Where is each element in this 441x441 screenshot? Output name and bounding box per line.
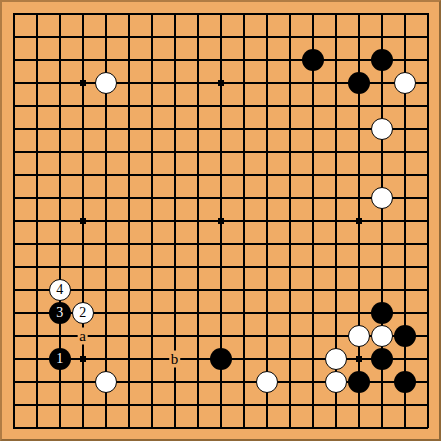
intersection [94, 393, 117, 416]
grid-line-vertical [174, 25, 176, 48]
grid-line-horizontal [13, 59, 25, 61]
grid-line-vertical [82, 255, 84, 278]
intersection [163, 232, 186, 255]
intersection [186, 347, 209, 370]
grid-line-vertical [128, 393, 130, 416]
grid-line-vertical [105, 140, 107, 163]
grid-line-horizontal [13, 151, 25, 153]
intersection [209, 25, 232, 48]
grid-line-vertical [197, 255, 199, 278]
grid-line-vertical [427, 163, 429, 186]
intersection [140, 301, 163, 324]
intersection [370, 255, 393, 278]
grid-line-vertical [358, 255, 360, 278]
grid-line-vertical [289, 232, 291, 255]
intersection [117, 48, 140, 71]
grid-line-vertical [335, 71, 337, 94]
grid-line-vertical [36, 71, 38, 94]
grid-line-vertical [59, 255, 61, 278]
intersection [117, 117, 140, 140]
grid-line-vertical [243, 117, 245, 140]
grid-line-vertical [358, 209, 360, 232]
intersection [232, 416, 255, 439]
intersection [393, 301, 416, 324]
intersection [232, 324, 255, 347]
grid-line-vertical [197, 232, 199, 255]
grid-line-vertical [197, 186, 199, 209]
intersection [94, 347, 117, 370]
intersection [324, 324, 347, 347]
grid-line-vertical [128, 94, 130, 117]
grid-line-vertical [312, 301, 314, 324]
grid-line-vertical [174, 232, 176, 255]
intersection [278, 2, 301, 25]
intersection [2, 117, 25, 140]
intersection [71, 416, 94, 439]
intersection [301, 2, 324, 25]
intersection [324, 163, 347, 186]
grid-line-vertical [427, 255, 429, 278]
white-stone [95, 371, 117, 393]
grid-line-vertical [358, 301, 360, 324]
intersection [232, 71, 255, 94]
grid-line-vertical [358, 347, 360, 370]
grid-line-horizontal [13, 381, 25, 383]
intersection [140, 94, 163, 117]
intersection [232, 232, 255, 255]
intersection: b [163, 347, 186, 370]
intersection [94, 25, 117, 48]
intersection [140, 393, 163, 416]
grid-line-vertical [174, 140, 176, 163]
grid-line-vertical [266, 278, 268, 301]
intersection: a [71, 324, 94, 347]
intersection [117, 370, 140, 393]
intersection [209, 324, 232, 347]
intersection [370, 278, 393, 301]
grid-line-vertical [335, 13, 337, 25]
intersection [324, 94, 347, 117]
intersection [2, 255, 25, 278]
grid-line-vertical [381, 278, 383, 301]
intersection [370, 163, 393, 186]
intersection [232, 370, 255, 393]
grid-line-vertical [220, 48, 222, 71]
grid-line-vertical [381, 71, 383, 94]
grid-line-vertical [427, 393, 429, 416]
intersection [2, 278, 25, 301]
grid-line-vertical [13, 255, 15, 278]
grid-line-vertical [358, 25, 360, 48]
intersection [71, 140, 94, 163]
intersection [163, 71, 186, 94]
intersection: 1 [48, 347, 71, 370]
grid-line-vertical [243, 324, 245, 347]
grid-line-vertical [427, 94, 429, 117]
intersection [2, 25, 25, 48]
grid-line-vertical [243, 255, 245, 278]
intersection [209, 347, 232, 370]
grid-line-vertical [128, 232, 130, 255]
white-stone [325, 348, 347, 370]
intersection [370, 232, 393, 255]
intersection [301, 393, 324, 416]
intersection [209, 163, 232, 186]
intersection [301, 416, 324, 439]
grid-line-vertical [13, 13, 15, 25]
intersection [209, 278, 232, 301]
intersection [393, 186, 416, 209]
intersection [140, 2, 163, 25]
grid-line-vertical [289, 117, 291, 140]
grid-line-vertical [404, 25, 406, 48]
intersection [278, 324, 301, 347]
grid-line-horizontal [347, 220, 370, 222]
grid-line-vertical [381, 25, 383, 48]
grid-line-vertical [36, 278, 38, 301]
intersection [117, 25, 140, 48]
grid-line-vertical [289, 278, 291, 301]
intersection [393, 48, 416, 71]
grid-line-horizontal [13, 174, 25, 176]
grid-line-vertical [82, 416, 84, 428]
intersection [416, 94, 439, 117]
grid-line-vertical [243, 25, 245, 48]
intersection [370, 324, 393, 347]
grid-line-vertical [404, 94, 406, 117]
grid-line-horizontal [13, 36, 25, 38]
intersection [140, 163, 163, 186]
intersection [117, 301, 140, 324]
intersection [232, 393, 255, 416]
grid-line-vertical [312, 416, 314, 428]
grid-line-vertical [36, 186, 38, 209]
grid-line-vertical [427, 324, 429, 347]
grid-line-vertical [427, 186, 429, 209]
grid-line-vertical [266, 140, 268, 163]
intersection [278, 301, 301, 324]
intersection [347, 301, 370, 324]
grid-line-vertical [243, 209, 245, 232]
grid-line-vertical [289, 163, 291, 186]
intersection [370, 25, 393, 48]
intersection [416, 117, 439, 140]
intersection [393, 140, 416, 163]
intersection [140, 140, 163, 163]
intersection [301, 301, 324, 324]
intersection [48, 416, 71, 439]
grid-line-horizontal [13, 82, 25, 84]
grid-line-vertical [151, 416, 153, 428]
intersection [140, 71, 163, 94]
intersection [140, 232, 163, 255]
grid-line-vertical [381, 94, 383, 117]
intersection [94, 301, 117, 324]
grid-line-vertical [243, 370, 245, 393]
grid-line-vertical [36, 232, 38, 255]
intersection [48, 48, 71, 71]
intersection [163, 393, 186, 416]
grid-line-vertical [128, 416, 130, 428]
intersection [2, 209, 25, 232]
grid-line-vertical [312, 232, 314, 255]
grid-line-vertical [335, 278, 337, 301]
intersection [186, 117, 209, 140]
intersection [94, 324, 117, 347]
intersection [25, 347, 48, 370]
intersection [140, 186, 163, 209]
intersection [2, 324, 25, 347]
intersection [186, 94, 209, 117]
intersection [186, 186, 209, 209]
grid-line-vertical [289, 186, 291, 209]
intersection [255, 140, 278, 163]
intersection [117, 186, 140, 209]
intersection [278, 232, 301, 255]
intersection [416, 393, 439, 416]
grid-line-vertical [105, 48, 107, 71]
grid-line-vertical [174, 209, 176, 232]
intersection [324, 48, 347, 71]
grid-line-vertical [404, 301, 406, 324]
intersection [163, 416, 186, 439]
grid-line-horizontal [13, 243, 25, 245]
grid-line-vertical [174, 48, 176, 71]
intersection [48, 324, 71, 347]
intersection [2, 94, 25, 117]
intersection [416, 209, 439, 232]
grid-line-vertical [13, 416, 15, 428]
grid-line-vertical [335, 232, 337, 255]
intersection [301, 232, 324, 255]
intersection [48, 209, 71, 232]
grid-line-vertical [151, 48, 153, 71]
grid-line-vertical [427, 232, 429, 255]
intersection [2, 186, 25, 209]
grid-line-vertical [174, 13, 176, 25]
grid-line-vertical [105, 324, 107, 347]
grid-line-vertical [312, 324, 314, 347]
grid-line-vertical [243, 416, 245, 428]
intersection [48, 186, 71, 209]
intersection [25, 278, 48, 301]
grid-line-vertical [404, 48, 406, 71]
intersection [25, 48, 48, 71]
grid-line-vertical [243, 140, 245, 163]
grid-line-horizontal [13, 13, 25, 15]
intersection [232, 117, 255, 140]
intersection [255, 163, 278, 186]
grid-line-vertical [36, 163, 38, 186]
intersection [416, 186, 439, 209]
intersection [186, 2, 209, 25]
grid-line-vertical [128, 25, 130, 48]
grid-line-vertical [105, 25, 107, 48]
grid-line-vertical [312, 13, 314, 25]
grid-line-vertical [404, 255, 406, 278]
intersection [347, 163, 370, 186]
grid-line-vertical [36, 13, 38, 25]
intersection [393, 71, 416, 94]
intersection [140, 209, 163, 232]
intersection [370, 186, 393, 209]
grid-line-vertical [59, 370, 61, 393]
intersection [232, 48, 255, 71]
grid-line-vertical [174, 94, 176, 117]
intersection [2, 393, 25, 416]
grid-line-vertical [335, 186, 337, 209]
intersection [117, 393, 140, 416]
intersection [209, 416, 232, 439]
intersection [25, 393, 48, 416]
grid-line-vertical [197, 13, 199, 25]
grid-line-vertical [243, 186, 245, 209]
intersection [255, 255, 278, 278]
grid-line-vertical [335, 48, 337, 71]
grid-line-vertical [59, 186, 61, 209]
intersection [416, 278, 439, 301]
grid-line-vertical [289, 393, 291, 416]
intersection [25, 71, 48, 94]
intersection [255, 370, 278, 393]
grid-line-vertical [381, 232, 383, 255]
grid-line-vertical [174, 370, 176, 393]
grid-line-vertical [13, 140, 15, 163]
grid-line-vertical [13, 48, 15, 71]
grid-line-vertical [82, 25, 84, 48]
intersection [347, 209, 370, 232]
intersection [324, 25, 347, 48]
intersection [94, 232, 117, 255]
intersection [94, 255, 117, 278]
grid-line-horizontal [13, 358, 25, 360]
intersection [140, 117, 163, 140]
grid-line-vertical [128, 324, 130, 347]
intersection [71, 186, 94, 209]
grid-line-vertical [358, 94, 360, 117]
grid-line-vertical [59, 13, 61, 25]
grid-line-vertical [128, 186, 130, 209]
intersection [94, 370, 117, 393]
intersection [209, 71, 232, 94]
grid-line-vertical [312, 71, 314, 94]
intersection [255, 416, 278, 439]
grid-line-vertical [197, 25, 199, 48]
intersection [393, 2, 416, 25]
intersection [2, 140, 25, 163]
grid-line-vertical [13, 94, 15, 117]
intersection [393, 163, 416, 186]
grid-line-vertical [335, 25, 337, 48]
intersection [140, 324, 163, 347]
intersection [370, 416, 393, 439]
intersection [301, 278, 324, 301]
intersection [186, 48, 209, 71]
intersection [278, 163, 301, 186]
intersection [347, 393, 370, 416]
grid-line-vertical [220, 186, 222, 209]
grid-line-horizontal [347, 358, 370, 360]
grid-line-vertical [13, 393, 15, 416]
grid-line-vertical [427, 48, 429, 71]
intersection [117, 140, 140, 163]
grid-line-vertical [358, 278, 360, 301]
grid-line-vertical [220, 393, 222, 416]
intersection [94, 2, 117, 25]
intersection [25, 416, 48, 439]
intersection [2, 2, 25, 25]
intersection [209, 140, 232, 163]
intersection [324, 209, 347, 232]
grid-line-vertical [105, 13, 107, 25]
intersection [416, 48, 439, 71]
intersection [163, 301, 186, 324]
grid-line-vertical [36, 140, 38, 163]
grid-line-vertical [243, 347, 245, 370]
intersection [393, 209, 416, 232]
grid-line-vertical [243, 232, 245, 255]
grid-line-vertical [59, 232, 61, 255]
grid-line-vertical [220, 278, 222, 301]
grid-line-vertical [266, 186, 268, 209]
grid-line-vertical [59, 94, 61, 117]
intersection [232, 163, 255, 186]
grid-line-vertical [289, 209, 291, 232]
grid-line-vertical [404, 278, 406, 301]
intersection [2, 301, 25, 324]
grid-line-vertical [335, 301, 337, 324]
intersection [71, 2, 94, 25]
grid-line-vertical [36, 94, 38, 117]
grid-line-vertical [220, 370, 222, 393]
intersection [347, 117, 370, 140]
grid-line-vertical [404, 186, 406, 209]
grid-line-vertical [358, 163, 360, 186]
intersection [255, 25, 278, 48]
grid-line-vertical [243, 393, 245, 416]
intersection [255, 2, 278, 25]
black-stone [210, 348, 232, 370]
intersection [209, 370, 232, 393]
intersection [25, 25, 48, 48]
grid-line-vertical [243, 48, 245, 71]
grid-line-vertical [59, 209, 61, 232]
intersection [117, 2, 140, 25]
intersection [117, 71, 140, 94]
grid-line-vertical [151, 255, 153, 278]
intersection [324, 140, 347, 163]
grid-line-horizontal [13, 197, 25, 199]
intersection [416, 370, 439, 393]
intersection [232, 140, 255, 163]
intersection [71, 393, 94, 416]
grid-line-vertical [220, 163, 222, 186]
intersection [186, 393, 209, 416]
intersection [278, 416, 301, 439]
grid-line-vertical [266, 232, 268, 255]
grid-line-vertical [427, 416, 429, 428]
grid-line-vertical [289, 416, 291, 428]
grid-line-vertical [105, 94, 107, 117]
grid-line-vertical [82, 393, 84, 416]
grid-line-vertical [404, 117, 406, 140]
grid-line-vertical [312, 347, 314, 370]
intersection [140, 255, 163, 278]
grid-line-vertical [105, 255, 107, 278]
intersection [163, 140, 186, 163]
grid-line-horizontal [13, 128, 25, 130]
intersection [163, 117, 186, 140]
